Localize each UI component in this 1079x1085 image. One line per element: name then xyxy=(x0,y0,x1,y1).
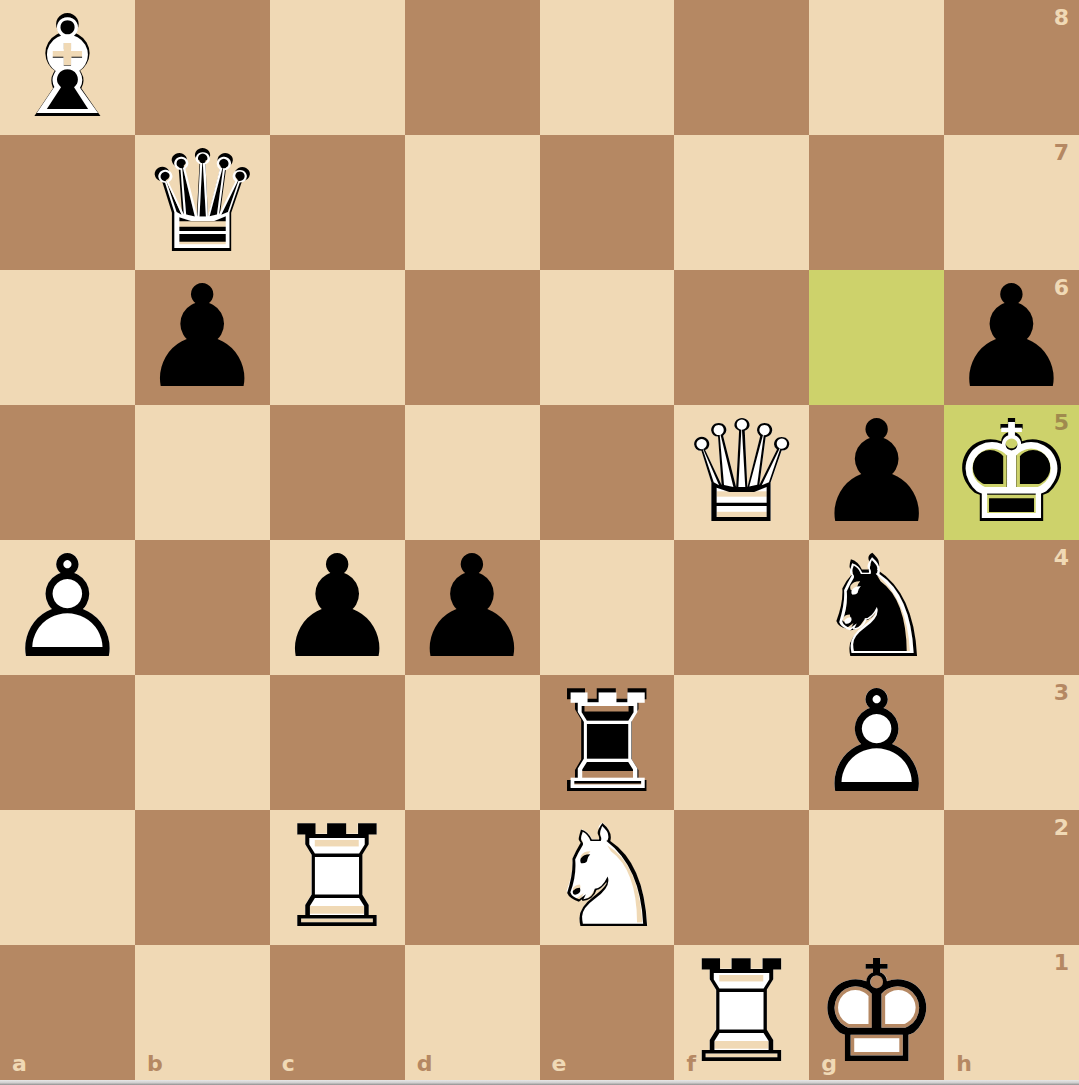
square-e8[interactable] xyxy=(540,0,675,135)
piece-black-pawn[interactable]: ♟ xyxy=(809,405,944,540)
piece-detail-glyph: ♘ xyxy=(540,810,675,945)
piece-fill-glyph: ♟ xyxy=(135,270,270,405)
square-b4[interactable] xyxy=(135,540,270,675)
square-d2[interactable] xyxy=(405,810,540,945)
piece-black-queen[interactable]: ♛♕ xyxy=(135,135,270,270)
piece-black-rook[interactable]: ♜♖ xyxy=(540,675,675,810)
piece-detail-glyph: ♖ xyxy=(674,945,809,1080)
square-f4[interactable] xyxy=(674,540,809,675)
square-g6[interactable] xyxy=(809,270,944,405)
square-a8[interactable]: ♝♗ xyxy=(0,0,135,135)
square-b7[interactable]: ♛♕ xyxy=(135,135,270,270)
square-a3[interactable] xyxy=(0,675,135,810)
square-d5[interactable] xyxy=(405,405,540,540)
square-b6[interactable]: ♟ xyxy=(135,270,270,405)
piece-fill-glyph: ♛ xyxy=(135,135,270,270)
rank-label-4: 4 xyxy=(1054,547,1069,569)
square-f7[interactable] xyxy=(674,135,809,270)
piece-black-pawn[interactable]: ♟ xyxy=(405,540,540,675)
square-c2[interactable]: ♜♖ xyxy=(270,810,405,945)
file-label-b: b xyxy=(147,1053,163,1075)
rank-label-7: 7 xyxy=(1054,142,1069,164)
square-g1[interactable]: g♚♔ xyxy=(809,945,944,1080)
piece-fill-glyph: ♚ xyxy=(944,405,1079,540)
square-a7[interactable] xyxy=(0,135,135,270)
square-f5[interactable]: ♛♕ xyxy=(674,405,809,540)
piece-detail-glyph: ♕ xyxy=(674,405,809,540)
piece-detail-glyph: ♔ xyxy=(809,945,944,1080)
square-c8[interactable] xyxy=(270,0,405,135)
square-e6[interactable] xyxy=(540,270,675,405)
file-label-h: h xyxy=(956,1053,972,1075)
square-a2[interactable] xyxy=(0,810,135,945)
square-f2[interactable] xyxy=(674,810,809,945)
square-d6[interactable] xyxy=(405,270,540,405)
piece-fill-glyph: ♟ xyxy=(809,675,944,810)
piece-fill-glyph: ♟ xyxy=(809,405,944,540)
piece-fill-glyph: ♜ xyxy=(674,945,809,1080)
page: ♝♗8♛♕7♟6♟♛♕♟5♚♔♟♙♟♟♞♘4♜♖♟♙3♜♖♞♘2abcdef♜♖… xyxy=(0,0,1079,1085)
piece-fill-glyph: ♛ xyxy=(674,405,809,540)
square-c6[interactable] xyxy=(270,270,405,405)
square-c1[interactable]: c xyxy=(270,945,405,1080)
square-c4[interactable]: ♟ xyxy=(270,540,405,675)
square-a4[interactable]: ♟♙ xyxy=(0,540,135,675)
square-h2[interactable]: 2 xyxy=(944,810,1079,945)
piece-white-pawn[interactable]: ♟♙ xyxy=(809,675,944,810)
square-g3[interactable]: ♟♙ xyxy=(809,675,944,810)
square-f8[interactable] xyxy=(674,0,809,135)
chess-board: ♝♗8♛♕7♟6♟♛♕♟5♚♔♟♙♟♟♞♘4♜♖♟♙3♜♖♞♘2abcdef♜♖… xyxy=(0,0,1079,1080)
piece-black-pawn[interactable]: ♟ xyxy=(944,270,1079,405)
square-b5[interactable] xyxy=(135,405,270,540)
square-h1[interactable]: 1h xyxy=(944,945,1079,1080)
square-f6[interactable] xyxy=(674,270,809,405)
piece-black-king[interactable]: ♚♔ xyxy=(944,405,1079,540)
square-b3[interactable] xyxy=(135,675,270,810)
piece-black-pawn[interactable]: ♟ xyxy=(135,270,270,405)
piece-white-knight[interactable]: ♞♘ xyxy=(540,810,675,945)
piece-fill-glyph: ♝ xyxy=(0,0,135,135)
square-g8[interactable] xyxy=(809,0,944,135)
rank-label-3: 3 xyxy=(1054,682,1069,704)
piece-detail-glyph: ♗ xyxy=(5,5,130,131)
square-e3[interactable]: ♜♖ xyxy=(540,675,675,810)
square-d1[interactable]: d xyxy=(405,945,540,1080)
square-b2[interactable] xyxy=(135,810,270,945)
file-label-a: a xyxy=(12,1053,27,1075)
square-g2[interactable] xyxy=(809,810,944,945)
square-h6[interactable]: 6♟ xyxy=(944,270,1079,405)
file-label-d: d xyxy=(417,1053,433,1075)
piece-white-king[interactable]: ♚♔ xyxy=(809,945,944,1080)
piece-fill-glyph: ♜ xyxy=(270,810,405,945)
square-a6[interactable] xyxy=(0,270,135,405)
square-a5[interactable] xyxy=(0,405,135,540)
piece-white-queen[interactable]: ♛♕ xyxy=(674,405,809,540)
rank-label-2: 2 xyxy=(1054,817,1069,839)
piece-black-bishop[interactable]: ♝♗ xyxy=(0,0,135,135)
piece-detail-glyph: ♘ xyxy=(814,545,939,671)
square-g5[interactable]: ♟ xyxy=(809,405,944,540)
piece-fill-glyph: ♞ xyxy=(540,810,675,945)
square-h7[interactable]: 7 xyxy=(944,135,1079,270)
square-h4[interactable]: 4 xyxy=(944,540,1079,675)
piece-white-pawn[interactable]: ♟♙ xyxy=(0,540,135,675)
square-e5[interactable] xyxy=(540,405,675,540)
piece-detail-glyph: ♖ xyxy=(270,810,405,945)
piece-fill-glyph: ♟ xyxy=(944,270,1079,405)
piece-fill-glyph: ♟ xyxy=(270,540,405,675)
square-g4[interactable]: ♞♘ xyxy=(809,540,944,675)
square-g7[interactable] xyxy=(809,135,944,270)
square-a1[interactable]: a xyxy=(0,945,135,1080)
square-d8[interactable] xyxy=(405,0,540,135)
square-c5[interactable] xyxy=(270,405,405,540)
rank-label-1: 1 xyxy=(1054,952,1069,974)
piece-fill-glyph: ♟ xyxy=(0,540,135,675)
square-e1[interactable]: e xyxy=(540,945,675,1080)
square-c3[interactable] xyxy=(270,675,405,810)
piece-detail-glyph: ♔ xyxy=(949,410,1074,536)
piece-fill-glyph: ♜ xyxy=(540,675,675,810)
square-d3[interactable] xyxy=(405,675,540,810)
piece-fill-glyph: ♞ xyxy=(809,540,944,675)
square-h5[interactable]: 5♚♔ xyxy=(944,405,1079,540)
square-f1[interactable]: f♜♖ xyxy=(674,945,809,1080)
square-b8[interactable] xyxy=(135,0,270,135)
file-label-e: e xyxy=(552,1053,567,1075)
piece-black-knight[interactable]: ♞♘ xyxy=(809,540,944,675)
square-c7[interactable] xyxy=(270,135,405,270)
piece-white-rook[interactable]: ♜♖ xyxy=(270,810,405,945)
square-d7[interactable] xyxy=(405,135,540,270)
square-f3[interactable] xyxy=(674,675,809,810)
square-e2[interactable]: ♞♘ xyxy=(540,810,675,945)
square-h3[interactable]: 3 xyxy=(944,675,1079,810)
page-bottom-strip xyxy=(0,1080,1079,1085)
square-b1[interactable]: b xyxy=(135,945,270,1080)
square-h8[interactable]: 8 xyxy=(944,0,1079,135)
piece-detail-glyph: ♖ xyxy=(544,680,669,806)
square-d4[interactable]: ♟ xyxy=(405,540,540,675)
piece-fill-glyph: ♚ xyxy=(809,945,944,1080)
piece-white-rook[interactable]: ♜♖ xyxy=(674,945,809,1080)
piece-fill-glyph: ♟ xyxy=(405,540,540,675)
rank-label-8: 8 xyxy=(1054,7,1069,29)
piece-detail-glyph: ♕ xyxy=(140,140,265,266)
piece-detail-glyph: ♙ xyxy=(809,675,944,810)
piece-detail-glyph: ♙ xyxy=(0,540,135,675)
file-label-c: c xyxy=(282,1053,295,1075)
square-e7[interactable] xyxy=(540,135,675,270)
square-e4[interactable] xyxy=(540,540,675,675)
piece-black-pawn[interactable]: ♟ xyxy=(270,540,405,675)
